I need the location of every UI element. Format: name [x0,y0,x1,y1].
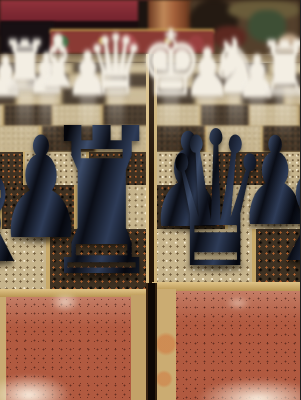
photo-of-chess-board: ♟♜♟♝♟♛♚♟♞♟♜♝♟♜♟♛♟♝ [0,0,300,400]
black-piece-partial-right[interactable]: ♝ [256,133,301,283]
